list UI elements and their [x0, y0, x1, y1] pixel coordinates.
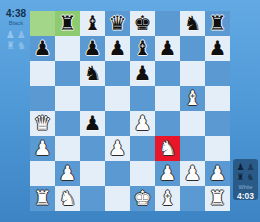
square-c1[interactable]	[80, 186, 105, 211]
square-f2[interactable]: ♟	[155, 161, 180, 186]
black-pawn: ♟	[80, 36, 105, 61]
square-d4[interactable]	[105, 111, 130, 136]
square-b7[interactable]	[55, 36, 80, 61]
square-e5[interactable]	[130, 86, 155, 111]
square-d5[interactable]	[105, 86, 130, 111]
square-g4[interactable]	[180, 111, 205, 136]
white-bishop: ♝	[180, 86, 205, 111]
square-b4[interactable]	[55, 111, 80, 136]
square-h2[interactable]: ♟	[205, 161, 230, 186]
square-c4[interactable]: ♟	[80, 111, 105, 136]
square-c7[interactable]: ♟	[80, 36, 105, 61]
white-pawn: ♟	[130, 111, 155, 136]
square-f4[interactable]	[155, 111, 180, 136]
black-pawn: ♟	[130, 61, 155, 86]
white-tray-pawn-icon: ♟	[236, 162, 246, 172]
square-f6[interactable]	[155, 61, 180, 86]
square-g3[interactable]	[180, 136, 205, 161]
square-e4[interactable]: ♟	[130, 111, 155, 136]
chess-app: 4:38 Black ♟♟♜♞ ♜♝♛♚♞♜♟♟♟♝♟♟♞♟♝♛♟♟♟♟♞♟♟♟…	[0, 0, 260, 222]
black-rook: ♜	[55, 11, 80, 36]
square-g7[interactable]	[180, 36, 205, 61]
square-d1[interactable]	[105, 186, 130, 211]
square-c5[interactable]	[80, 86, 105, 111]
square-d2[interactable]	[105, 161, 130, 186]
white-pawn: ♟	[30, 136, 55, 161]
white-rook: ♜	[30, 186, 55, 211]
black-king: ♚	[130, 11, 155, 36]
square-h3[interactable]	[205, 136, 230, 161]
white-pawn: ♟	[180, 161, 205, 186]
square-a8[interactable]	[30, 11, 55, 36]
square-d6[interactable]	[105, 61, 130, 86]
white-tray-pawn-icon: ♟	[246, 162, 256, 172]
square-d3[interactable]: ♟	[105, 136, 130, 161]
square-h5[interactable]	[205, 86, 230, 111]
white-king: ♚	[130, 186, 155, 211]
white-tray-knight-icon: ♞	[246, 172, 256, 182]
square-a2[interactable]	[30, 161, 55, 186]
square-h4[interactable]	[205, 111, 230, 136]
black-bishop: ♝	[130, 36, 155, 61]
square-d8[interactable]: ♛	[105, 11, 130, 36]
black-pawn: ♟	[155, 36, 180, 61]
square-b8[interactable]: ♜	[55, 11, 80, 36]
white-rook: ♜	[205, 186, 230, 211]
white-player-panel: ♟♟♜♞ White 4:03	[233, 159, 258, 200]
white-knight: ♞	[155, 136, 180, 161]
black-side-label: Black	[2, 20, 30, 26]
white-clock-time: 4:03	[237, 191, 254, 201]
white-knight: ♞	[55, 186, 80, 211]
white-pawn: ♟	[105, 136, 130, 161]
black-clock: 4:38 Black	[2, 8, 30, 26]
square-a4[interactable]: ♛	[30, 111, 55, 136]
white-side-label: White	[238, 184, 252, 190]
square-a1[interactable]: ♜	[30, 186, 55, 211]
white-bishop: ♝	[155, 186, 180, 211]
square-b1[interactable]: ♞	[55, 186, 80, 211]
square-b5[interactable]	[55, 86, 80, 111]
square-g8[interactable]: ♞	[180, 11, 205, 36]
black-knight: ♞	[180, 11, 205, 36]
square-c6[interactable]: ♞	[80, 61, 105, 86]
square-f8[interactable]	[155, 11, 180, 36]
square-h6[interactable]	[205, 61, 230, 86]
black-tray-rook-icon: ♜	[5, 40, 16, 51]
black-captured-tray: ♟♟♜♞	[2, 29, 30, 51]
square-g2[interactable]: ♟	[180, 161, 205, 186]
black-pawn: ♟	[30, 36, 55, 61]
square-a3[interactable]: ♟	[30, 136, 55, 161]
black-clock-time: 4:38	[2, 8, 30, 19]
black-tray-knight-icon: ♞	[16, 40, 27, 51]
square-e6[interactable]: ♟	[130, 61, 155, 86]
square-a7[interactable]: ♟	[30, 36, 55, 61]
square-e8[interactable]: ♚	[130, 11, 155, 36]
black-rook: ♜	[205, 11, 230, 36]
square-d7[interactable]: ♟	[105, 36, 130, 61]
square-e3[interactable]	[130, 136, 155, 161]
square-a5[interactable]	[30, 86, 55, 111]
square-h1[interactable]: ♜	[205, 186, 230, 211]
black-bishop: ♝	[80, 11, 105, 36]
chess-board: ♜♝♛♚♞♜♟♟♟♝♟♟♞♟♝♛♟♟♟♟♞♟♟♟♟♜♞♚♝♜	[30, 11, 230, 211]
square-e1[interactable]: ♚	[130, 186, 155, 211]
white-captured-tray: ♟♟♜♞	[236, 162, 256, 182]
black-knight: ♞	[80, 61, 105, 86]
black-tray-pawn-icon: ♟	[5, 29, 16, 40]
white-tray-rook-icon: ♜	[236, 172, 246, 182]
square-c8[interactable]: ♝	[80, 11, 105, 36]
square-b6[interactable]	[55, 61, 80, 86]
square-h7[interactable]: ♟	[205, 36, 230, 61]
black-pawn: ♟	[205, 36, 230, 61]
black-queen: ♛	[105, 11, 130, 36]
square-c2[interactable]	[80, 161, 105, 186]
white-pawn: ♟	[205, 161, 230, 186]
white-queen: ♛	[30, 111, 55, 136]
square-g1[interactable]	[180, 186, 205, 211]
black-tray-pawn-icon: ♟	[16, 29, 27, 40]
square-b3[interactable]	[55, 136, 80, 161]
square-b2[interactable]: ♟	[55, 161, 80, 186]
square-h8[interactable]: ♜	[205, 11, 230, 36]
white-pawn: ♟	[155, 161, 180, 186]
square-f5[interactable]	[155, 86, 180, 111]
square-a6[interactable]	[30, 61, 55, 86]
square-c3[interactable]	[80, 136, 105, 161]
white-pawn: ♟	[55, 161, 80, 186]
square-g6[interactable]	[180, 61, 205, 86]
square-f7[interactable]: ♟	[155, 36, 180, 61]
square-f1[interactable]: ♝	[155, 186, 180, 211]
black-pawn: ♟	[80, 111, 105, 136]
black-pawn: ♟	[105, 36, 130, 61]
square-e2[interactable]	[130, 161, 155, 186]
square-g5[interactable]: ♝	[180, 86, 205, 111]
square-f3[interactable]: ♞	[155, 136, 180, 161]
square-e7[interactable]: ♝	[130, 36, 155, 61]
